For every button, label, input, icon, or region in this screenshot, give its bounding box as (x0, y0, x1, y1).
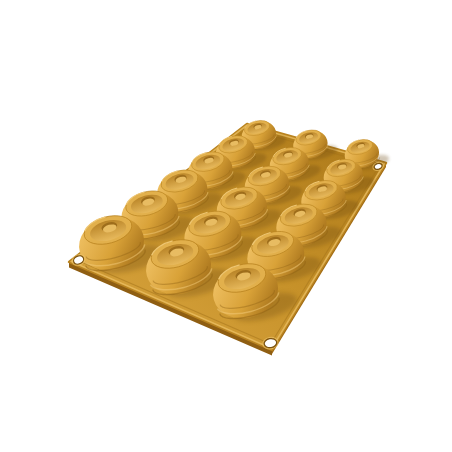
product-photo (0, 0, 452, 452)
mold-photo-svg (0, 0, 452, 452)
